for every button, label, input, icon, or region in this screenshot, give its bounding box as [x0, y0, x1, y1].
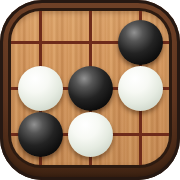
stone-black-r0c2: [118, 20, 163, 65]
go-app-icon[interactable]: [0, 0, 180, 180]
stone-white-r2c1: [68, 112, 113, 157]
stone-white-r1c2: [118, 66, 163, 111]
stone-white-r1c0: [18, 66, 63, 111]
stone-black-r1c1: [68, 66, 113, 111]
stone-black-r2c0: [18, 112, 63, 157]
go-board: [11, 11, 169, 165]
